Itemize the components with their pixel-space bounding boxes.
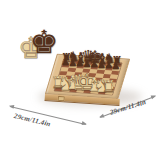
standalone-black-king: ♚ xyxy=(30,26,59,58)
product-photo-stage: ♜♞♝♛♚♝♞♜♟♟♟♟♟♟♟♟♟♟♟♟♟♟♟♟♜♞♝♛♚♝♞♜ ♚ ♚ 29c… xyxy=(0,0,160,160)
box-clasp xyxy=(58,95,65,100)
chess-board-grid xyxy=(54,59,123,95)
square-h1 xyxy=(105,90,113,94)
